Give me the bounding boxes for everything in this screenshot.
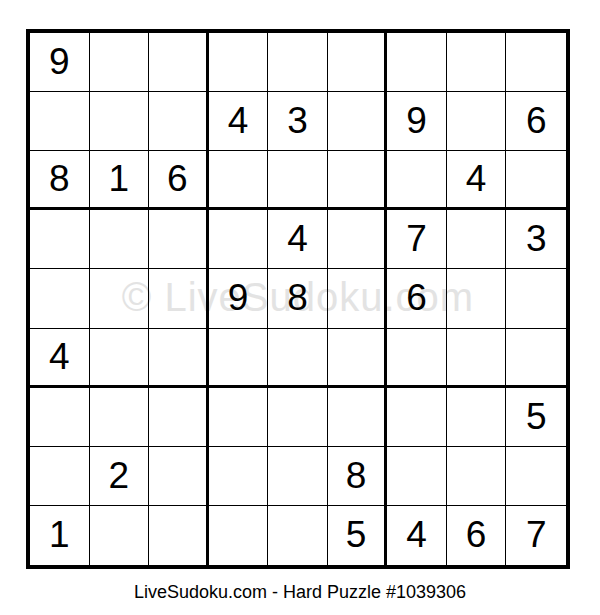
cell-r9c1[interactable]: 1 [30,506,90,565]
cell-r2c2[interactable] [90,92,150,151]
cell-r3c8[interactable]: 4 [447,151,507,210]
cell-r7c3[interactable] [149,388,209,447]
cell-r3c7[interactable] [387,151,447,210]
cell-r5c5[interactable]: 8 [268,269,328,328]
sudoku-board: © LiveSudoku.com 94396816447398645281546… [26,29,570,569]
cell-r6c5[interactable] [268,329,328,388]
cell-r6c7[interactable] [387,329,447,388]
cell-r4c7[interactable]: 7 [387,210,447,269]
cell-r2c9[interactable]: 6 [506,92,566,151]
cell-r5c6[interactable] [328,269,388,328]
cell-r2c5[interactable]: 3 [268,92,328,151]
cell-r2c3[interactable] [149,92,209,151]
cell-r5c4[interactable]: 9 [209,269,269,328]
cell-r3c1[interactable]: 8 [30,151,90,210]
cell-r4c1[interactable] [30,210,90,269]
cell-r8c7[interactable] [387,447,447,506]
cell-r7c5[interactable] [268,388,328,447]
cell-r7c2[interactable] [90,388,150,447]
cell-r6c4[interactable] [209,329,269,388]
cell-r1c1[interactable]: 9 [30,33,90,92]
cell-r5c2[interactable] [90,269,150,328]
cell-r8c5[interactable] [268,447,328,506]
cell-r3c9[interactable] [506,151,566,210]
cell-r2c6[interactable] [328,92,388,151]
cell-r9c8[interactable]: 6 [447,506,507,565]
cell-r1c7[interactable] [387,33,447,92]
cell-r9c3[interactable] [149,506,209,565]
cell-r4c3[interactable] [149,210,209,269]
cell-r9c7[interactable]: 4 [387,506,447,565]
cell-r1c3[interactable] [149,33,209,92]
cell-r2c7[interactable]: 9 [387,92,447,151]
cell-r4c2[interactable] [90,210,150,269]
cell-r6c9[interactable] [506,329,566,388]
cell-r6c2[interactable] [90,329,150,388]
cell-r2c1[interactable] [30,92,90,151]
cell-r3c6[interactable] [328,151,388,210]
cell-r6c6[interactable] [328,329,388,388]
cell-r4c9[interactable]: 3 [506,210,566,269]
cell-r8c4[interactable] [209,447,269,506]
cell-r1c2[interactable] [90,33,150,92]
cell-r5c3[interactable] [149,269,209,328]
cell-r7c1[interactable] [30,388,90,447]
cell-r9c5[interactable] [268,506,328,565]
cell-r2c8[interactable] [447,92,507,151]
cell-r8c9[interactable] [506,447,566,506]
cell-r6c8[interactable] [447,329,507,388]
cell-r3c2[interactable]: 1 [90,151,150,210]
cell-r4c4[interactable] [209,210,269,269]
cell-r9c9[interactable]: 7 [506,506,566,565]
sudoku-grid: 943968164473986452815467 [30,33,566,565]
cell-r5c8[interactable] [447,269,507,328]
cell-r8c8[interactable] [447,447,507,506]
cell-r7c6[interactable] [328,388,388,447]
cell-r4c6[interactable] [328,210,388,269]
caption: LiveSudoku.com - Hard Puzzle #1039306 [0,582,600,603]
cell-r3c4[interactable] [209,151,269,210]
cell-r2c4[interactable]: 4 [209,92,269,151]
cell-r4c5[interactable]: 4 [268,210,328,269]
cell-r6c1[interactable]: 4 [30,329,90,388]
cell-r6c3[interactable] [149,329,209,388]
cell-r8c6[interactable]: 8 [328,447,388,506]
cell-r1c5[interactable] [268,33,328,92]
cell-r9c6[interactable]: 5 [328,506,388,565]
cell-r4c8[interactable] [447,210,507,269]
cell-r3c3[interactable]: 6 [149,151,209,210]
cell-r5c7[interactable]: 6 [387,269,447,328]
cell-r7c8[interactable] [447,388,507,447]
cell-r8c3[interactable] [149,447,209,506]
cell-r1c8[interactable] [447,33,507,92]
cell-r7c9[interactable]: 5 [506,388,566,447]
cell-r1c4[interactable] [209,33,269,92]
cell-r8c2[interactable]: 2 [90,447,150,506]
cell-r8c1[interactable] [30,447,90,506]
cell-r5c1[interactable] [30,269,90,328]
cell-r1c9[interactable] [506,33,566,92]
cell-r9c4[interactable] [209,506,269,565]
cell-r5c9[interactable] [506,269,566,328]
cell-r9c2[interactable] [90,506,150,565]
cell-r7c7[interactable] [387,388,447,447]
cell-r7c4[interactable] [209,388,269,447]
cell-r1c6[interactable] [328,33,388,92]
cell-r3c5[interactable] [268,151,328,210]
